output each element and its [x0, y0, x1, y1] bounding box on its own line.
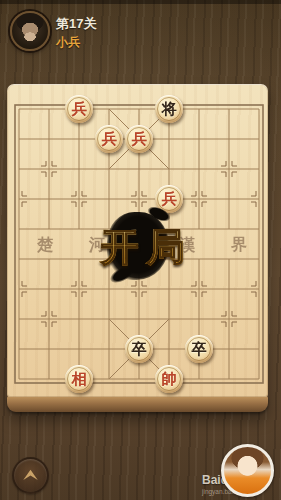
piece-character: 兵 — [102, 132, 117, 147]
chevron-up-icon — [21, 468, 40, 483]
piece-black-soldier[interactable]: 卒 — [125, 335, 153, 363]
piece-character: 兵 — [132, 132, 147, 147]
watermark-avatar — [221, 444, 274, 497]
piece-black-soldier[interactable]: 卒 — [185, 335, 213, 363]
piece-red-elephant[interactable]: 相 — [65, 365, 93, 393]
watermark-url: jingyan.baidu.com — [202, 488, 254, 495]
watermark-title: Baidu — [202, 473, 235, 487]
header-text: 第17关 小兵 — [56, 17, 96, 48]
expand-button[interactable] — [12, 457, 49, 494]
piece-red-soldier[interactable]: 兵 — [125, 125, 153, 153]
level-label: 第17关 — [56, 17, 96, 30]
piece-character: 相 — [72, 372, 87, 387]
piece-black-general[interactable]: 将 — [155, 95, 183, 123]
player-avatar[interactable] — [10, 11, 50, 51]
start-banner: 开局 — [93, 222, 193, 273]
piece-character: 帥 — [162, 372, 177, 387]
piece-red-soldier[interactable]: 兵 — [65, 95, 93, 123]
piece-character: 兵 — [162, 192, 177, 207]
board-edge — [7, 396, 268, 412]
header-bar: 第17关 小兵 — [0, 0, 281, 62]
piece-red-general[interactable]: 帥 — [155, 365, 183, 393]
piece-character: 将 — [162, 102, 177, 117]
piece-character: 卒 — [132, 342, 147, 357]
piece-red-soldier[interactable]: 兵 — [95, 125, 123, 153]
piece-character: 卒 — [192, 342, 207, 357]
piece-character: 兵 — [72, 102, 87, 117]
app-screen: 第17关 小兵 — [0, 0, 281, 500]
stage-name: 小兵 — [56, 36, 96, 48]
